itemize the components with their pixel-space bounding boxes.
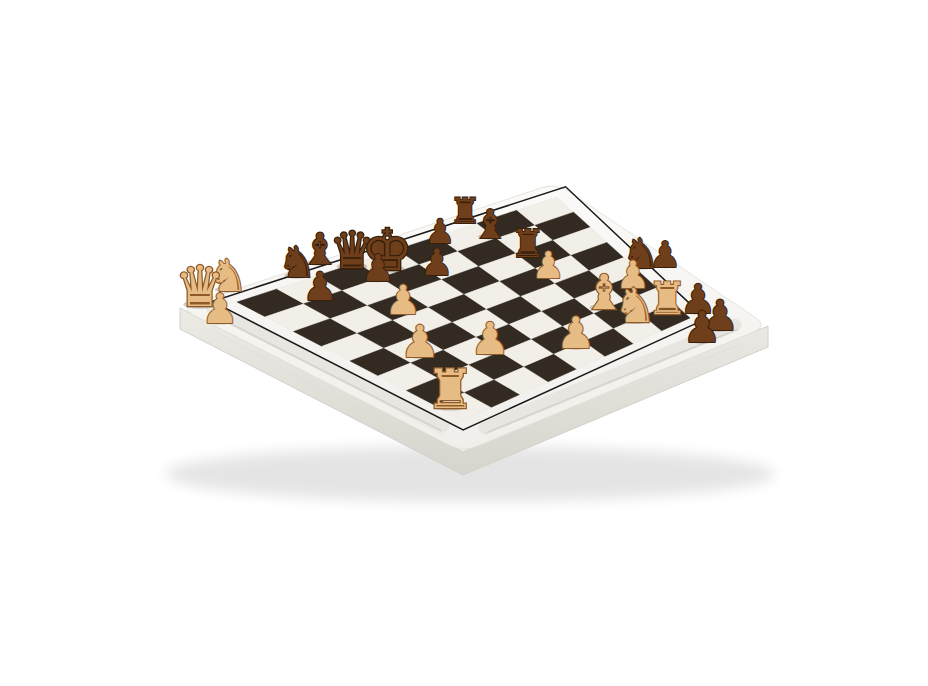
piece-white-pawn-g5: ♟: [531, 244, 564, 287]
piece-white-pawn-e1: ♟: [557, 308, 596, 358]
chess-set-photo: ♜♝♟♜♝♟♛♞♚♟♞♟♟♟♞♟♛♝♟♟♜♞♟♟♟♟♟♟♜: [0, 0, 928, 686]
piece-white-knight-g1: ♞: [614, 278, 657, 333]
piece-white-rook-a1: ♜: [426, 358, 475, 421]
piece-white-pawn-left-tray: ♟: [202, 285, 239, 333]
piece-black-pawn-e7: ♟: [421, 241, 454, 284]
product-photo-stage: ♜♝♟♜♝♟♛♞♚♟♞♟♟♟♞♟♛♝♟♟♜♞♟♟♟♟♟♟♜: [0, 0, 928, 686]
piece-black-bishop-f8: ♝: [472, 201, 508, 247]
piece-white-pawn-c3: ♟: [470, 313, 510, 364]
piece-black-pawn-b7: ♟: [303, 264, 338, 309]
piece-black-pawn-right-tray: ♟: [683, 302, 722, 352]
